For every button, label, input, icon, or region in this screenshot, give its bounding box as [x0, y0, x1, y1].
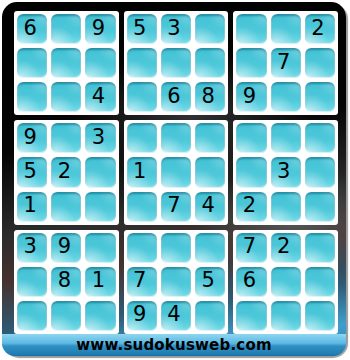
cell-r6c3[interactable]	[85, 192, 115, 222]
cell-r1c4[interactable]: 5	[127, 14, 157, 44]
cell-r5c7[interactable]	[236, 157, 266, 187]
cell-r3c9[interactable]	[305, 82, 335, 112]
cell-r3c5[interactable]: 6	[161, 82, 191, 112]
cell-r8c6[interactable]: 5	[195, 267, 225, 297]
cell-r8c3[interactable]: 1	[85, 267, 115, 297]
cell-r1c2[interactable]	[51, 14, 81, 44]
cell-r4c9[interactable]	[305, 123, 335, 153]
cell-r8c5[interactable]	[161, 267, 191, 297]
cell-r9c2[interactable]	[51, 301, 81, 331]
cell-r6c1[interactable]: 1	[17, 192, 47, 222]
cell-r4c6[interactable]	[195, 123, 225, 153]
block-r2c0: 3981	[14, 230, 119, 334]
cell-r1c1[interactable]: 6	[17, 14, 47, 44]
cell-r6c5[interactable]: 7	[161, 192, 191, 222]
cell-r5c5[interactable]	[161, 157, 191, 187]
footer-bar: www.sudokusweb.com	[2, 334, 346, 356]
cell-r3c8[interactable]	[271, 82, 301, 112]
cell-r7c8[interactable]: 2	[271, 233, 301, 263]
cell-r9c4[interactable]: 9	[127, 301, 157, 331]
cell-r2c4[interactable]	[127, 48, 157, 78]
cell-r9c8[interactable]	[271, 301, 301, 331]
cell-r8c4[interactable]: 7	[127, 267, 157, 297]
cell-r9c7[interactable]	[236, 301, 266, 331]
cell-r4c3[interactable]: 3	[85, 123, 115, 153]
cell-r3c2[interactable]	[51, 82, 81, 112]
block-r0c0: 694	[14, 11, 119, 115]
cell-r4c1[interactable]: 9	[17, 123, 47, 153]
cell-r2c6[interactable]	[195, 48, 225, 78]
block-r1c0: 93521	[14, 120, 119, 224]
cell-r2c2[interactable]	[51, 48, 81, 78]
cell-r9c3[interactable]	[85, 301, 115, 331]
cell-r9c9[interactable]	[305, 301, 335, 331]
cell-r5c3[interactable]	[85, 157, 115, 187]
cell-r7c4[interactable]	[127, 233, 157, 263]
cell-r7c3[interactable]	[85, 233, 115, 263]
cell-r6c8[interactable]	[271, 192, 301, 222]
cell-r3c1[interactable]	[17, 82, 47, 112]
cell-r7c2[interactable]: 9	[51, 233, 81, 263]
block-r2c2: 726	[233, 230, 338, 334]
board-frame: 6945368279935211743239817594726 www.sudo…	[2, 2, 346, 356]
cell-r2c5[interactable]	[161, 48, 191, 78]
cell-r8c8[interactable]	[271, 267, 301, 297]
cell-r4c8[interactable]	[271, 123, 301, 153]
cell-r4c4[interactable]	[127, 123, 157, 153]
cell-r5c1[interactable]: 5	[17, 157, 47, 187]
cell-r2c9[interactable]	[305, 48, 335, 78]
cell-r5c2[interactable]: 2	[51, 157, 81, 187]
cell-r6c9[interactable]	[305, 192, 335, 222]
cell-r7c1[interactable]: 3	[17, 233, 47, 263]
cell-r5c8[interactable]: 3	[271, 157, 301, 187]
cell-r7c7[interactable]: 7	[236, 233, 266, 263]
block-r1c1: 174	[124, 120, 229, 224]
cell-r4c2[interactable]	[51, 123, 81, 153]
sudoku-board: 6945368279935211743239817594726	[14, 11, 338, 334]
cell-r1c3[interactable]: 9	[85, 14, 115, 44]
cell-r2c1[interactable]	[17, 48, 47, 78]
block-r0c2: 279	[233, 11, 338, 115]
site-label: www.sudokusweb.com	[76, 336, 271, 354]
cell-r3c7[interactable]: 9	[236, 82, 266, 112]
cell-r2c8[interactable]: 7	[271, 48, 301, 78]
cell-r2c7[interactable]	[236, 48, 266, 78]
cell-r1c8[interactable]	[271, 14, 301, 44]
cell-r7c6[interactable]	[195, 233, 225, 263]
cell-r2c3[interactable]	[85, 48, 115, 78]
cell-r5c4[interactable]: 1	[127, 157, 157, 187]
cell-r1c6[interactable]	[195, 14, 225, 44]
cell-r3c4[interactable]	[127, 82, 157, 112]
cell-r9c6[interactable]	[195, 301, 225, 331]
cell-r6c4[interactable]	[127, 192, 157, 222]
cell-r9c5[interactable]: 4	[161, 301, 191, 331]
block-r1c2: 32	[233, 120, 338, 224]
cell-r3c6[interactable]: 8	[195, 82, 225, 112]
cell-r4c5[interactable]	[161, 123, 191, 153]
cell-r8c7[interactable]: 6	[236, 267, 266, 297]
cell-r7c5[interactable]	[161, 233, 191, 263]
cell-r8c2[interactable]: 8	[51, 267, 81, 297]
cell-r6c2[interactable]	[51, 192, 81, 222]
cell-r1c9[interactable]: 2	[305, 14, 335, 44]
block-r2c1: 7594	[124, 230, 229, 334]
block-r0c1: 5368	[124, 11, 229, 115]
cell-r8c9[interactable]	[305, 267, 335, 297]
cell-r5c6[interactable]	[195, 157, 225, 187]
cell-r3c3[interactable]: 4	[85, 82, 115, 112]
cell-r6c7[interactable]: 2	[236, 192, 266, 222]
cell-r7c9[interactable]	[305, 233, 335, 263]
cell-r5c9[interactable]	[305, 157, 335, 187]
cell-r9c1[interactable]	[17, 301, 47, 331]
cell-r4c7[interactable]	[236, 123, 266, 153]
cell-r1c7[interactable]	[236, 14, 266, 44]
cell-r8c1[interactable]	[17, 267, 47, 297]
cell-r1c5[interactable]: 3	[161, 14, 191, 44]
cell-r6c6[interactable]: 4	[195, 192, 225, 222]
